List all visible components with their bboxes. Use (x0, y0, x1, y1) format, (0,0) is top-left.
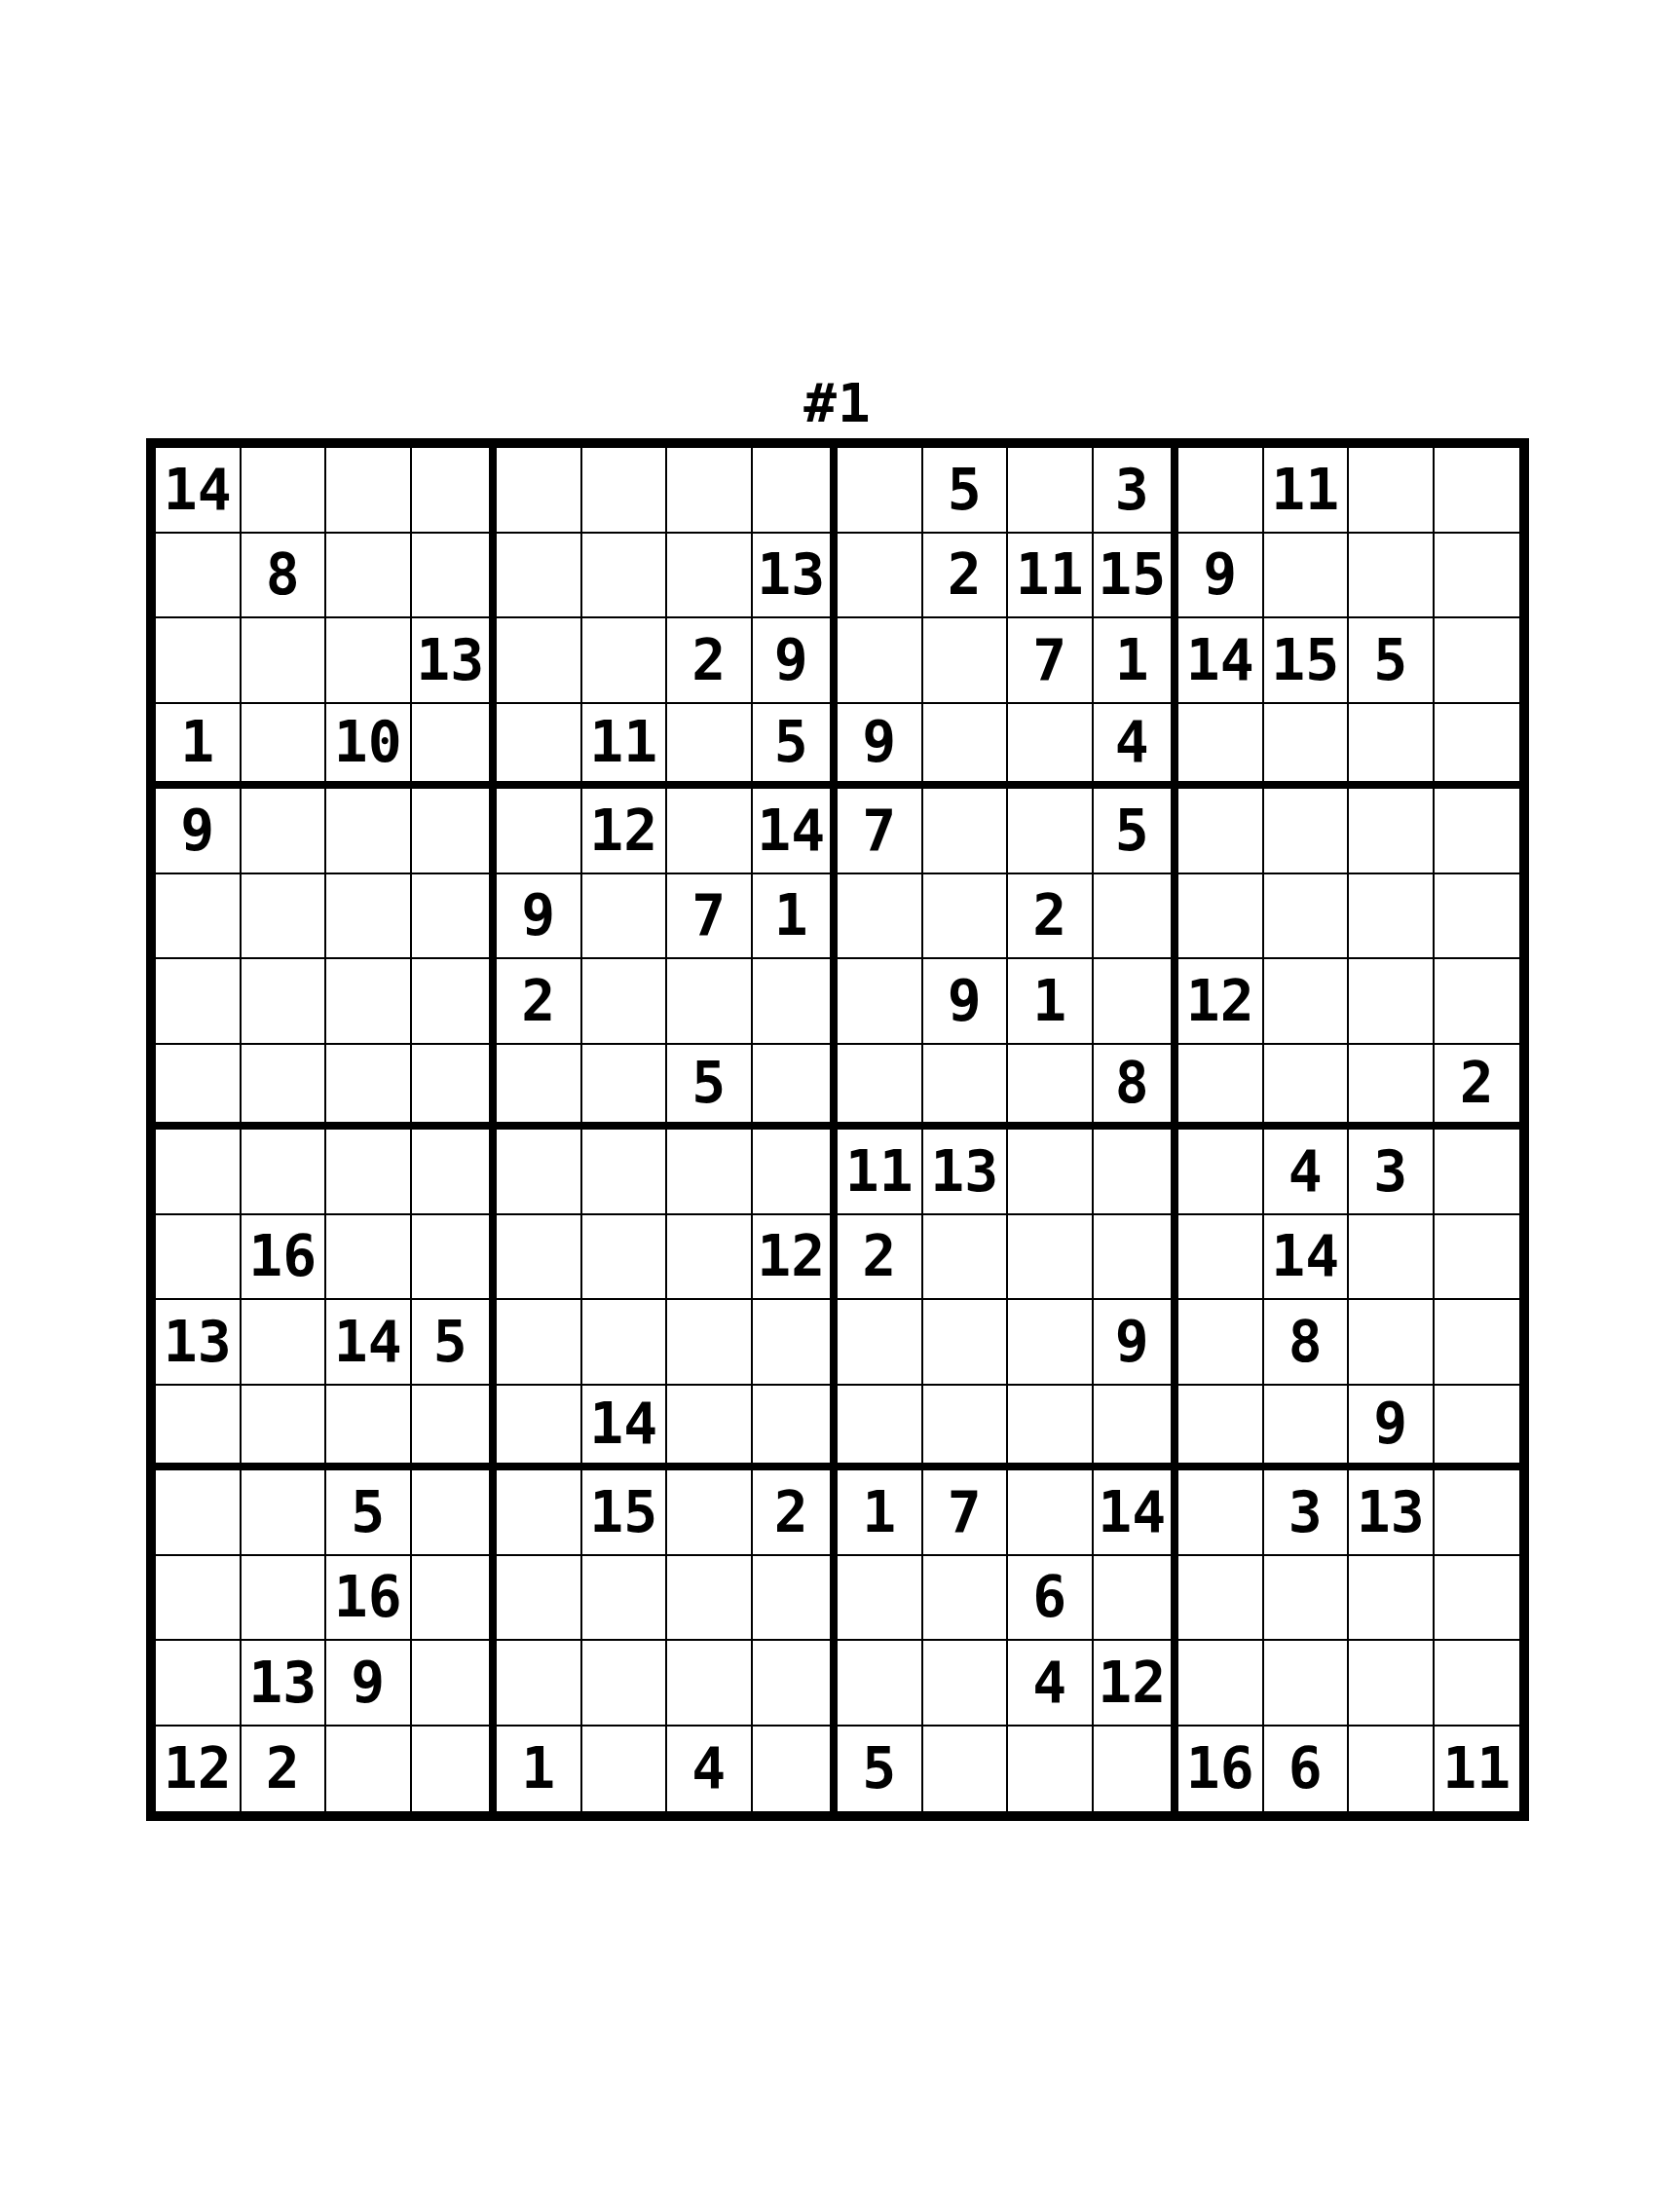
cell-r9c13-empty[interactable] (1178, 1130, 1264, 1215)
cell-r1c5-empty[interactable] (497, 448, 582, 534)
cell-r15c15-empty[interactable] (1349, 1641, 1435, 1727)
cell-r6c2-empty[interactable] (242, 874, 327, 960)
cell-r14c10-empty[interactable] (923, 1556, 1009, 1642)
cell-r13c7-empty[interactable] (667, 1470, 753, 1556)
cell-r13c4-empty[interactable] (412, 1470, 498, 1556)
cell-r7c12-empty[interactable] (1094, 959, 1179, 1045)
cell-r13c11-empty[interactable] (1008, 1470, 1094, 1556)
cell-r2c16-empty[interactable] (1435, 534, 1520, 619)
cell-r3c15-given[interactable]: 5 (1349, 618, 1435, 704)
cell-r12c1-empty[interactable] (156, 1386, 242, 1471)
cell-r3c1-empty[interactable] (156, 618, 242, 704)
cell-r3c11-given[interactable]: 7 (1008, 618, 1094, 704)
cell-r6c3-empty[interactable] (326, 874, 412, 960)
cell-r10c10-empty[interactable] (923, 1215, 1009, 1301)
cell-r11c11-empty[interactable] (1008, 1300, 1094, 1386)
cell-r15c1-empty[interactable] (156, 1641, 242, 1727)
cell-r1c12-given[interactable]: 3 (1094, 448, 1179, 534)
cell-r12c6-given[interactable]: 14 (582, 1386, 668, 1471)
cell-r12c10-empty[interactable] (923, 1386, 1009, 1471)
cell-r1c8-empty[interactable] (753, 448, 839, 534)
cell-r16c11-empty[interactable] (1008, 1727, 1094, 1812)
cell-r4c15-empty[interactable] (1349, 704, 1435, 790)
cell-r10c1-empty[interactable] (156, 1215, 242, 1301)
cell-r15c4-empty[interactable] (412, 1641, 498, 1727)
cell-r13c12-given[interactable]: 14 (1094, 1470, 1179, 1556)
cell-r11c12-given[interactable]: 9 (1094, 1300, 1179, 1386)
cell-r11c1-given[interactable]: 13 (156, 1300, 242, 1386)
cell-r2c10-given[interactable]: 2 (923, 534, 1009, 619)
cell-r4c5-empty[interactable] (497, 704, 582, 790)
cell-r10c14-given[interactable]: 14 (1264, 1215, 1350, 1301)
cell-r1c6-empty[interactable] (582, 448, 668, 534)
cell-r14c13-empty[interactable] (1178, 1556, 1264, 1642)
cell-r4c6-given[interactable]: 11 (582, 704, 668, 790)
cell-r16c9-given[interactable]: 5 (838, 1727, 923, 1812)
cell-r6c9-empty[interactable] (838, 874, 923, 960)
cell-r5c15-empty[interactable] (1349, 789, 1435, 874)
cell-r7c8-empty[interactable] (753, 959, 839, 1045)
cell-r3c14-given[interactable]: 15 (1264, 618, 1350, 704)
cell-r12c4-empty[interactable] (412, 1386, 498, 1471)
cell-r6c4-empty[interactable] (412, 874, 498, 960)
cell-r4c13-empty[interactable] (1178, 704, 1264, 790)
cell-r3c4-given[interactable]: 13 (412, 618, 498, 704)
cell-r2c7-empty[interactable] (667, 534, 753, 619)
cell-r6c12-empty[interactable] (1094, 874, 1179, 960)
cell-r9c2-empty[interactable] (242, 1130, 327, 1215)
cell-r4c12-given[interactable]: 4 (1094, 704, 1179, 790)
cell-r14c12-empty[interactable] (1094, 1556, 1179, 1642)
cell-r1c14-given[interactable]: 11 (1264, 448, 1350, 534)
cell-r4c16-empty[interactable] (1435, 704, 1520, 790)
cell-r14c4-empty[interactable] (412, 1556, 498, 1642)
cell-r15c12-given[interactable]: 12 (1094, 1641, 1179, 1727)
cell-r16c3-empty[interactable] (326, 1727, 412, 1812)
cell-r5c6-given[interactable]: 12 (582, 789, 668, 874)
cell-r2c13-given[interactable]: 9 (1178, 534, 1264, 619)
cell-r4c7-empty[interactable] (667, 704, 753, 790)
cell-r15c8-empty[interactable] (753, 1641, 839, 1727)
cell-r16c15-empty[interactable] (1349, 1727, 1435, 1812)
cell-r2c9-empty[interactable] (838, 534, 923, 619)
cell-r16c12-empty[interactable] (1094, 1727, 1179, 1812)
cell-r16c8-empty[interactable] (753, 1727, 839, 1812)
cell-r15c13-empty[interactable] (1178, 1641, 1264, 1727)
cell-r10c3-empty[interactable] (326, 1215, 412, 1301)
cell-r8c9-empty[interactable] (838, 1045, 923, 1131)
cell-r14c14-empty[interactable] (1264, 1556, 1350, 1642)
cell-r13c13-empty[interactable] (1178, 1470, 1264, 1556)
cell-r13c3-given[interactable]: 5 (326, 1470, 412, 1556)
cell-r4c10-empty[interactable] (923, 704, 1009, 790)
cell-r2c15-empty[interactable] (1349, 534, 1435, 619)
cell-r12c7-empty[interactable] (667, 1386, 753, 1471)
cell-r5c2-empty[interactable] (242, 789, 327, 874)
cell-r2c14-empty[interactable] (1264, 534, 1350, 619)
cell-r12c12-empty[interactable] (1094, 1386, 1179, 1471)
cell-r5c3-empty[interactable] (326, 789, 412, 874)
cell-r1c13-empty[interactable] (1178, 448, 1264, 534)
cell-r13c6-given[interactable]: 15 (582, 1470, 668, 1556)
cell-r6c15-empty[interactable] (1349, 874, 1435, 960)
cell-r12c11-empty[interactable] (1008, 1386, 1094, 1471)
cell-r7c4-empty[interactable] (412, 959, 498, 1045)
cell-r8c13-empty[interactable] (1178, 1045, 1264, 1131)
cell-r5c13-empty[interactable] (1178, 789, 1264, 874)
cell-r9c7-empty[interactable] (667, 1130, 753, 1215)
cell-r4c11-empty[interactable] (1008, 704, 1094, 790)
cell-r15c16-empty[interactable] (1435, 1641, 1520, 1727)
cell-r8c10-empty[interactable] (923, 1045, 1009, 1131)
cell-r8c12-given[interactable]: 8 (1094, 1045, 1179, 1131)
cell-r13c5-empty[interactable] (497, 1470, 582, 1556)
cell-r11c8-empty[interactable] (753, 1300, 839, 1386)
cell-r9c9-given[interactable]: 11 (838, 1130, 923, 1215)
cell-r12c9-empty[interactable] (838, 1386, 923, 1471)
cell-r8c8-empty[interactable] (753, 1045, 839, 1131)
cell-r8c1-empty[interactable] (156, 1045, 242, 1131)
cell-r5c16-empty[interactable] (1435, 789, 1520, 874)
cell-r1c16-empty[interactable] (1435, 448, 1520, 534)
cell-r13c15-given[interactable]: 13 (1349, 1470, 1435, 1556)
cell-r11c9-empty[interactable] (838, 1300, 923, 1386)
cell-r3c12-given[interactable]: 1 (1094, 618, 1179, 704)
cell-r9c6-empty[interactable] (582, 1130, 668, 1215)
cell-r12c3-empty[interactable] (326, 1386, 412, 1471)
cell-r12c15-given[interactable]: 9 (1349, 1386, 1435, 1471)
cell-r6c7-given[interactable]: 7 (667, 874, 753, 960)
cell-r5c11-empty[interactable] (1008, 789, 1094, 874)
cell-r3c16-empty[interactable] (1435, 618, 1520, 704)
cell-r16c13-given[interactable]: 16 (1178, 1727, 1264, 1812)
cell-r16c14-given[interactable]: 6 (1264, 1727, 1350, 1812)
cell-r6c16-empty[interactable] (1435, 874, 1520, 960)
cell-r4c2-empty[interactable] (242, 704, 327, 790)
cell-r5c5-empty[interactable] (497, 789, 582, 874)
cell-r2c8-given[interactable]: 13 (753, 534, 839, 619)
cell-r16c2-given[interactable]: 2 (242, 1727, 327, 1812)
cell-r12c13-empty[interactable] (1178, 1386, 1264, 1471)
cell-r7c13-given[interactable]: 12 (1178, 959, 1264, 1045)
cell-r16c5-given[interactable]: 1 (497, 1727, 582, 1812)
cell-r2c11-given[interactable]: 11 (1008, 534, 1094, 619)
cell-r13c9-given[interactable]: 1 (838, 1470, 923, 1556)
cell-r9c3-empty[interactable] (326, 1130, 412, 1215)
cell-r2c2-given[interactable]: 8 (242, 534, 327, 619)
cell-r2c3-empty[interactable] (326, 534, 412, 619)
cell-r5c12-given[interactable]: 5 (1094, 789, 1179, 874)
cell-r8c15-empty[interactable] (1349, 1045, 1435, 1131)
cell-r1c4-empty[interactable] (412, 448, 498, 534)
cell-r14c5-empty[interactable] (497, 1556, 582, 1642)
cell-r14c16-empty[interactable] (1435, 1556, 1520, 1642)
cell-r10c12-empty[interactable] (1094, 1215, 1179, 1301)
cell-r1c11-empty[interactable] (1008, 448, 1094, 534)
cell-r7c1-empty[interactable] (156, 959, 242, 1045)
cell-r3c5-empty[interactable] (497, 618, 582, 704)
cell-r7c7-empty[interactable] (667, 959, 753, 1045)
cell-r11c4-given[interactable]: 5 (412, 1300, 498, 1386)
cell-r6c13-empty[interactable] (1178, 874, 1264, 960)
cell-r15c6-empty[interactable] (582, 1641, 668, 1727)
cell-r16c7-given[interactable]: 4 (667, 1727, 753, 1812)
cell-r11c3-given[interactable]: 14 (326, 1300, 412, 1386)
cell-r15c3-given[interactable]: 9 (326, 1641, 412, 1727)
cell-r6c14-empty[interactable] (1264, 874, 1350, 960)
cell-r15c10-empty[interactable] (923, 1641, 1009, 1727)
cell-r13c16-empty[interactable] (1435, 1470, 1520, 1556)
cell-r11c16-empty[interactable] (1435, 1300, 1520, 1386)
cell-r1c15-empty[interactable] (1349, 448, 1435, 534)
cell-r9c16-empty[interactable] (1435, 1130, 1520, 1215)
cell-r11c14-given[interactable]: 8 (1264, 1300, 1350, 1386)
cell-r6c8-given[interactable]: 1 (753, 874, 839, 960)
cell-r3c8-given[interactable]: 9 (753, 618, 839, 704)
cell-r15c11-given[interactable]: 4 (1008, 1641, 1094, 1727)
cell-r14c3-given[interactable]: 16 (326, 1556, 412, 1642)
cell-r5c14-empty[interactable] (1264, 789, 1350, 874)
cell-r6c10-empty[interactable] (923, 874, 1009, 960)
cell-r14c9-empty[interactable] (838, 1556, 923, 1642)
cell-r12c14-empty[interactable] (1264, 1386, 1350, 1471)
cell-r10c9-given[interactable]: 2 (838, 1215, 923, 1301)
cell-r3c2-empty[interactable] (242, 618, 327, 704)
cell-r12c16-empty[interactable] (1435, 1386, 1520, 1471)
cell-r8c5-empty[interactable] (497, 1045, 582, 1131)
cell-r11c7-empty[interactable] (667, 1300, 753, 1386)
cell-r4c3-given[interactable]: 10 (326, 704, 412, 790)
cell-r8c2-empty[interactable] (242, 1045, 327, 1131)
cell-r5c1-given[interactable]: 9 (156, 789, 242, 874)
cell-r7c6-empty[interactable] (582, 959, 668, 1045)
cell-r3c9-empty[interactable] (838, 618, 923, 704)
cell-r10c15-empty[interactable] (1349, 1215, 1435, 1301)
puzzle-number-title: #1 (146, 374, 1529, 432)
cell-r5c7-empty[interactable] (667, 789, 753, 874)
cell-r8c3-empty[interactable] (326, 1045, 412, 1131)
cell-r1c2-empty[interactable] (242, 448, 327, 534)
cell-r1c9-empty[interactable] (838, 448, 923, 534)
cell-r8c14-empty[interactable] (1264, 1045, 1350, 1131)
cell-r4c8-given[interactable]: 5 (753, 704, 839, 790)
cell-r10c4-empty[interactable] (412, 1215, 498, 1301)
cell-r7c2-empty[interactable] (242, 959, 327, 1045)
cell-r12c8-empty[interactable] (753, 1386, 839, 1471)
cell-r7c3-empty[interactable] (326, 959, 412, 1045)
cell-r10c6-empty[interactable] (582, 1215, 668, 1301)
cell-r7c11-given[interactable]: 1 (1008, 959, 1094, 1045)
cell-r9c4-empty[interactable] (412, 1130, 498, 1215)
cell-r4c1-given[interactable]: 1 (156, 704, 242, 790)
cell-r8c6-empty[interactable] (582, 1045, 668, 1131)
cell-r7c16-empty[interactable] (1435, 959, 1520, 1045)
cell-r3c10-empty[interactable] (923, 618, 1009, 704)
cell-r16c1-given[interactable]: 12 (156, 1727, 242, 1812)
cell-r2c12-given[interactable]: 15 (1094, 534, 1179, 619)
cell-r7c15-empty[interactable] (1349, 959, 1435, 1045)
cell-r15c2-given[interactable]: 13 (242, 1641, 327, 1727)
cell-r7c9-empty[interactable] (838, 959, 923, 1045)
cell-r6c11-given[interactable]: 2 (1008, 874, 1094, 960)
cell-r14c2-empty[interactable] (242, 1556, 327, 1642)
cell-r10c2-given[interactable]: 16 (242, 1215, 327, 1301)
cell-r7c10-given[interactable]: 9 (923, 959, 1009, 1045)
cell-r14c7-empty[interactable] (667, 1556, 753, 1642)
cell-r2c4-empty[interactable] (412, 534, 498, 619)
cell-r10c8-given[interactable]: 12 (753, 1215, 839, 1301)
cell-r6c5-given[interactable]: 9 (497, 874, 582, 960)
cell-r7c14-empty[interactable] (1264, 959, 1350, 1045)
cell-r9c5-empty[interactable] (497, 1130, 582, 1215)
cell-r15c14-empty[interactable] (1264, 1641, 1350, 1727)
cell-r10c13-empty[interactable] (1178, 1215, 1264, 1301)
sudoku-board: 1453118132111591329711415511011594912147… (146, 438, 1529, 1821)
cell-r8c16-given[interactable]: 2 (1435, 1045, 1520, 1131)
cell-r5c9-given[interactable]: 7 (838, 789, 923, 874)
cell-r11c10-empty[interactable] (923, 1300, 1009, 1386)
cell-r5c4-empty[interactable] (412, 789, 498, 874)
cell-r2c5-empty[interactable] (497, 534, 582, 619)
cell-r13c1-empty[interactable] (156, 1470, 242, 1556)
cell-r9c8-empty[interactable] (753, 1130, 839, 1215)
cell-r8c7-given[interactable]: 5 (667, 1045, 753, 1131)
cell-r11c6-empty[interactable] (582, 1300, 668, 1386)
cell-r10c16-empty[interactable] (1435, 1215, 1520, 1301)
cell-r10c11-empty[interactable] (1008, 1215, 1094, 1301)
cell-r3c6-empty[interactable] (582, 618, 668, 704)
cell-r11c13-empty[interactable] (1178, 1300, 1264, 1386)
cell-r11c15-empty[interactable] (1349, 1300, 1435, 1386)
cell-r3c13-given[interactable]: 14 (1178, 618, 1264, 704)
cell-r16c16-given[interactable]: 11 (1435, 1727, 1520, 1812)
cell-r15c7-empty[interactable] (667, 1641, 753, 1727)
cell-r9c1-empty[interactable] (156, 1130, 242, 1215)
cell-r7c5-given[interactable]: 2 (497, 959, 582, 1045)
cell-r16c6-empty[interactable] (582, 1727, 668, 1812)
cell-r1c10-given[interactable]: 5 (923, 448, 1009, 534)
cell-r14c15-empty[interactable] (1349, 1556, 1435, 1642)
cell-r2c1-empty[interactable] (156, 534, 242, 619)
cell-r15c5-empty[interactable] (497, 1641, 582, 1727)
cell-r1c1-given[interactable]: 14 (156, 448, 242, 534)
cell-r4c14-empty[interactable] (1264, 704, 1350, 790)
cell-r13c14-given[interactable]: 3 (1264, 1470, 1350, 1556)
cell-r13c2-empty[interactable] (242, 1470, 327, 1556)
cell-r9c14-given[interactable]: 4 (1264, 1130, 1350, 1215)
cell-r13c8-given[interactable]: 2 (753, 1470, 839, 1556)
cell-r11c5-empty[interactable] (497, 1300, 582, 1386)
cell-r16c10-empty[interactable] (923, 1727, 1009, 1812)
cell-r11c2-empty[interactable] (242, 1300, 327, 1386)
cell-r4c9-given[interactable]: 9 (838, 704, 923, 790)
cell-r16c4-empty[interactable] (412, 1727, 498, 1812)
cell-r14c6-empty[interactable] (582, 1556, 668, 1642)
cell-r10c7-empty[interactable] (667, 1215, 753, 1301)
cell-r8c11-empty[interactable] (1008, 1045, 1094, 1131)
cell-r12c5-empty[interactable] (497, 1386, 582, 1471)
cell-r6c6-empty[interactable] (582, 874, 668, 960)
cell-r14c8-empty[interactable] (753, 1556, 839, 1642)
cell-r2c6-empty[interactable] (582, 534, 668, 619)
cell-r6c1-empty[interactable] (156, 874, 242, 960)
cell-r9c12-empty[interactable] (1094, 1130, 1179, 1215)
cell-r3c7-given[interactable]: 2 (667, 618, 753, 704)
cell-r14c11-given[interactable]: 6 (1008, 1556, 1094, 1642)
cell-r4c4-empty[interactable] (412, 704, 498, 790)
cell-r9c15-given[interactable]: 3 (1349, 1130, 1435, 1215)
cell-r9c11-empty[interactable] (1008, 1130, 1094, 1215)
cell-r1c3-empty[interactable] (326, 448, 412, 534)
cell-r1c7-empty[interactable] (667, 448, 753, 534)
cell-r10c5-empty[interactable] (497, 1215, 582, 1301)
cell-r8c4-empty[interactable] (412, 1045, 498, 1131)
cell-r5c10-empty[interactable] (923, 789, 1009, 874)
cell-r13c10-given[interactable]: 7 (923, 1470, 1009, 1556)
cell-r12c2-empty[interactable] (242, 1386, 327, 1471)
cell-r15c9-empty[interactable] (838, 1641, 923, 1727)
cell-r9c10-given[interactable]: 13 (923, 1130, 1009, 1215)
cell-r14c1-empty[interactable] (156, 1556, 242, 1642)
cell-r3c3-empty[interactable] (326, 618, 412, 704)
cell-r5c8-given[interactable]: 14 (753, 789, 839, 874)
